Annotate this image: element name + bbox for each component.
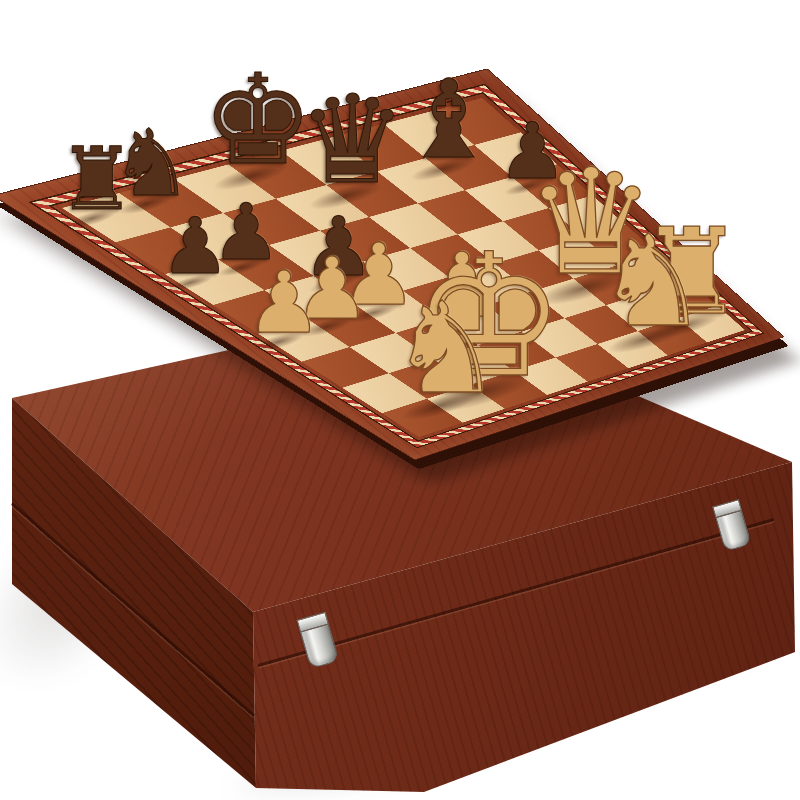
chess-box-product-photo: ♜♞♚♛♝♟♟♟♟♟♟♟♟♛♞♚♞♜ <box>0 0 800 800</box>
